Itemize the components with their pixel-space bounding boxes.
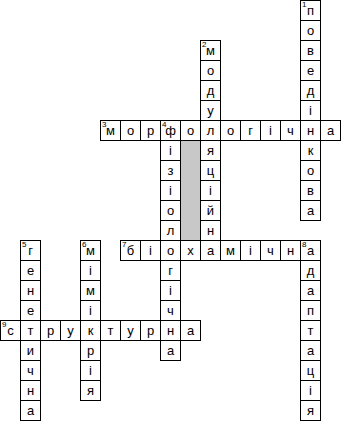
clue-number-3: 3 bbox=[102, 121, 106, 129]
cell-r8c15: о bbox=[300, 160, 321, 181]
cell-r6c9: о bbox=[180, 120, 201, 141]
cell-r2c15: в bbox=[300, 40, 321, 61]
cell-r6c13: і bbox=[260, 120, 281, 141]
cell-r6c16: а bbox=[320, 120, 341, 141]
cell-r19c1: н bbox=[20, 380, 41, 401]
cell-r18c4: і bbox=[80, 360, 101, 381]
cell-r12c12: і bbox=[240, 240, 261, 261]
cell-r6c8: ф4 bbox=[160, 120, 181, 141]
cell-r12c14: н bbox=[280, 240, 301, 261]
cell-r16c0: с9 bbox=[0, 320, 21, 341]
cell-r4c10: д bbox=[200, 80, 221, 101]
cell-r12c15: а8 bbox=[300, 240, 321, 261]
cell-r6c5: м3 bbox=[100, 120, 121, 141]
cell-r14c8: і bbox=[160, 280, 181, 301]
cell-r15c1: е bbox=[20, 300, 41, 321]
cell-r16c5: т bbox=[100, 320, 121, 341]
cell-r6c12: г bbox=[240, 120, 261, 141]
cell-r15c4: і bbox=[80, 300, 101, 321]
cell-r9c8: і bbox=[160, 180, 181, 201]
cell-r6c7: р bbox=[140, 120, 161, 141]
cell-r6c10: л bbox=[200, 120, 221, 141]
cell-r19c15: і bbox=[300, 380, 321, 401]
cell-r12c7: і bbox=[140, 240, 161, 261]
cell-r11c8: л bbox=[160, 220, 181, 241]
clue-number-7: 7 bbox=[122, 241, 126, 249]
clue-number-6: 6 bbox=[82, 241, 86, 249]
cell-r3c15: е bbox=[300, 60, 321, 81]
cell-r15c15: п bbox=[300, 300, 321, 321]
cell-r16c7: р bbox=[140, 320, 161, 341]
cell-r13c15: д bbox=[300, 260, 321, 281]
cell-r10c10: й bbox=[200, 200, 221, 221]
cell-r10c8: о bbox=[160, 200, 181, 221]
cell-r7c8: і bbox=[160, 140, 181, 161]
cell-r12c13: ч bbox=[260, 240, 281, 261]
cell-r20c15: я bbox=[300, 400, 321, 421]
cell-r12c4: м6 bbox=[80, 240, 101, 261]
cell-r16c3: у bbox=[60, 320, 81, 341]
crossword-board: п1ом2воеддуім3орф4ологічнаіякзцоіівойалн… bbox=[0, 0, 341, 421]
clue-number-1: 1 bbox=[302, 1, 306, 9]
clue-number-4: 4 bbox=[162, 121, 166, 129]
cell-r6c15: н bbox=[300, 120, 321, 141]
cell-r12c6: б7 bbox=[120, 240, 141, 261]
cell-r12c1: г5 bbox=[20, 240, 41, 261]
clue-number-5: 5 bbox=[22, 241, 26, 249]
cell-r17c1: и bbox=[20, 340, 41, 361]
cell-r16c4: к bbox=[80, 320, 101, 341]
cell-r13c4: і bbox=[80, 260, 101, 281]
cell-r6c14: ч bbox=[280, 120, 301, 141]
cell-r12c9: х bbox=[180, 240, 201, 261]
cell-r15c8: ч bbox=[160, 300, 181, 321]
cell-r13c8: г bbox=[160, 260, 181, 281]
clue-number-8: 8 bbox=[302, 241, 306, 249]
cell-r6c6: о bbox=[120, 120, 141, 141]
cell-r16c1: т bbox=[20, 320, 41, 341]
cell-r16c9: а bbox=[180, 320, 201, 341]
cell-r8c10: ц bbox=[200, 160, 221, 181]
cell-r17c8: а bbox=[160, 340, 181, 361]
cell-r19c4: я bbox=[80, 380, 101, 401]
clue-number-2: 2 bbox=[202, 41, 206, 49]
cell-r13c1: е bbox=[20, 260, 41, 281]
cell-r17c4: р bbox=[80, 340, 101, 361]
cell-r14c1: н bbox=[20, 280, 41, 301]
cell-r16c15: т bbox=[300, 320, 321, 341]
cell-r6c11: о bbox=[220, 120, 241, 141]
cell-r5c10: у bbox=[200, 100, 221, 121]
cell-r9c15: в bbox=[300, 180, 321, 201]
cell-r2c10: м2 bbox=[200, 40, 221, 61]
cell-r16c6: у bbox=[120, 320, 141, 341]
cell-r8c8: з bbox=[160, 160, 181, 181]
cell-r16c8: н bbox=[160, 320, 181, 341]
cell-r4c15: д bbox=[300, 80, 321, 101]
cell-r10c15: а bbox=[300, 200, 321, 221]
cell-r14c4: м bbox=[80, 280, 101, 301]
highlight-column bbox=[180, 140, 201, 241]
cell-r17c15: а bbox=[300, 340, 321, 361]
cell-r9c10: і bbox=[200, 180, 221, 201]
cell-r7c10: я bbox=[200, 140, 221, 161]
cell-r18c1: ч bbox=[20, 360, 41, 381]
cell-r11c10: н bbox=[200, 220, 221, 241]
cell-r18c15: ц bbox=[300, 360, 321, 381]
cell-r14c15: а bbox=[300, 280, 321, 301]
cell-r3c10: о bbox=[200, 60, 221, 81]
cell-r1c15: о bbox=[300, 20, 321, 41]
cell-r0c15: п1 bbox=[300, 0, 321, 21]
cell-r16c2: р bbox=[40, 320, 61, 341]
cell-r12c8: о bbox=[160, 240, 181, 261]
clue-number-9: 9 bbox=[2, 321, 6, 329]
cell-r12c11: м bbox=[220, 240, 241, 261]
cell-r20c1: а bbox=[20, 400, 41, 421]
cell-r7c15: к bbox=[300, 140, 321, 161]
cell-r5c15: і bbox=[300, 100, 321, 121]
cell-r12c10: а bbox=[200, 240, 221, 261]
